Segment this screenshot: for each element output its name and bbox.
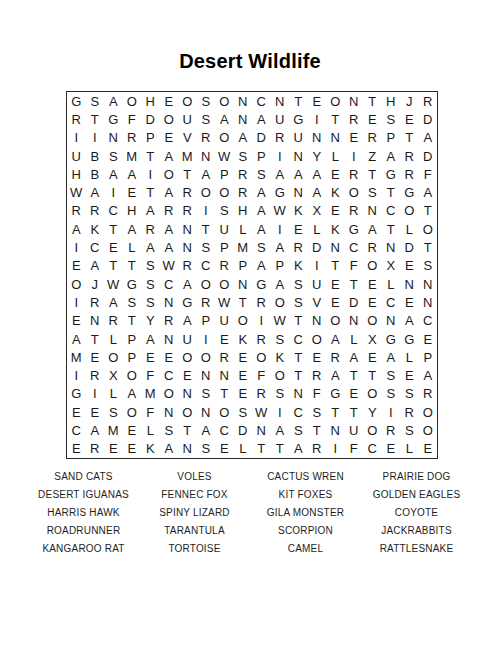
- grid-cell[interactable]: L: [104, 385, 123, 403]
- grid-cell[interactable]: G: [400, 183, 419, 201]
- grid-cell[interactable]: T: [86, 110, 105, 128]
- grid-cell[interactable]: A: [123, 220, 142, 238]
- grid-cell[interactable]: S: [215, 202, 234, 220]
- grid-cell[interactable]: I: [308, 110, 327, 128]
- grid-cell[interactable]: N: [382, 238, 401, 256]
- grid-cell[interactable]: A: [345, 348, 364, 366]
- grid-cell[interactable]: K: [271, 348, 290, 366]
- grid-cell[interactable]: I: [382, 403, 401, 421]
- grid-cell[interactable]: T: [271, 440, 290, 458]
- grid-cell[interactable]: T: [308, 421, 327, 439]
- grid-cell[interactable]: E: [363, 348, 382, 366]
- grid-cell[interactable]: S: [104, 403, 123, 421]
- grid-cell[interactable]: I: [67, 293, 86, 311]
- grid-cell[interactable]: D: [141, 110, 160, 128]
- grid-cell[interactable]: O: [160, 385, 179, 403]
- grid-cell[interactable]: R: [252, 293, 271, 311]
- grid-cell[interactable]: N: [197, 403, 216, 421]
- grid-cell[interactable]: R: [234, 165, 253, 183]
- grid-cell[interactable]: N: [178, 385, 197, 403]
- grid-cell[interactable]: T: [234, 293, 253, 311]
- grid-cell[interactable]: N: [363, 202, 382, 220]
- grid-cell[interactable]: R: [86, 202, 105, 220]
- grid-cell[interactable]: C: [382, 293, 401, 311]
- grid-cell[interactable]: K: [86, 220, 105, 238]
- grid-cell[interactable]: B: [86, 147, 105, 165]
- grid-cell[interactable]: T: [363, 366, 382, 384]
- grid-cell[interactable]: P: [419, 348, 438, 366]
- grid-cell[interactable]: A: [326, 330, 345, 348]
- grid-cell[interactable]: C: [419, 312, 438, 330]
- grid-cell[interactable]: H: [141, 92, 160, 110]
- grid-cell[interactable]: N: [160, 403, 179, 421]
- grid-cell[interactable]: E: [67, 403, 86, 421]
- grid-cell[interactable]: R: [289, 238, 308, 256]
- grid-cell[interactable]: A: [86, 183, 105, 201]
- grid-cell[interactable]: O: [178, 403, 197, 421]
- grid-cell[interactable]: S: [271, 330, 290, 348]
- grid-cell[interactable]: F: [308, 385, 327, 403]
- grid-cell[interactable]: O: [123, 366, 142, 384]
- grid-cell[interactable]: E: [400, 257, 419, 275]
- grid-cell[interactable]: B: [86, 165, 105, 183]
- grid-cell[interactable]: T: [104, 220, 123, 238]
- grid-cell[interactable]: E: [104, 238, 123, 256]
- grid-cell[interactable]: A: [141, 238, 160, 256]
- grid-cell[interactable]: R: [67, 202, 86, 220]
- grid-cell[interactable]: A: [123, 165, 142, 183]
- grid-cell[interactable]: A: [363, 220, 382, 238]
- grid-cell[interactable]: T: [419, 202, 438, 220]
- grid-cell[interactable]: R: [141, 220, 160, 238]
- grid-cell[interactable]: S: [363, 183, 382, 201]
- grid-cell[interactable]: R: [363, 238, 382, 256]
- grid-cell[interactable]: M: [104, 421, 123, 439]
- grid-cell[interactable]: R: [345, 165, 364, 183]
- grid-cell[interactable]: R: [326, 348, 345, 366]
- grid-cell[interactable]: P: [197, 312, 216, 330]
- grid-cell[interactable]: E: [123, 183, 142, 201]
- grid-cell[interactable]: E: [67, 440, 86, 458]
- grid-cell[interactable]: V: [178, 129, 197, 147]
- grid-cell[interactable]: A: [197, 421, 216, 439]
- grid-cell[interactable]: R: [308, 440, 327, 458]
- grid-cell[interactable]: N: [326, 129, 345, 147]
- grid-cell[interactable]: S: [86, 92, 105, 110]
- grid-cell[interactable]: N: [419, 293, 438, 311]
- grid-cell[interactable]: F: [345, 257, 364, 275]
- grid-cell[interactable]: R: [178, 183, 197, 201]
- grid-cell[interactable]: A: [197, 165, 216, 183]
- grid-cell[interactable]: C: [289, 403, 308, 421]
- grid-cell[interactable]: O: [215, 403, 234, 421]
- grid-cell[interactable]: E: [123, 421, 142, 439]
- grid-cell[interactable]: W: [67, 183, 86, 201]
- grid-cell[interactable]: R: [271, 129, 290, 147]
- grid-cell[interactable]: G: [345, 220, 364, 238]
- grid-cell[interactable]: O: [419, 403, 438, 421]
- grid-cell[interactable]: R: [419, 92, 438, 110]
- grid-cell[interactable]: A: [141, 202, 160, 220]
- grid-cell[interactable]: S: [197, 92, 216, 110]
- grid-cell[interactable]: E: [104, 440, 123, 458]
- grid-cell[interactable]: A: [67, 330, 86, 348]
- grid-cell[interactable]: N: [271, 92, 290, 110]
- grid-cell[interactable]: N: [178, 238, 197, 256]
- grid-cell[interactable]: R: [345, 202, 364, 220]
- grid-cell[interactable]: W: [160, 257, 179, 275]
- grid-cell[interactable]: N: [104, 129, 123, 147]
- grid-cell[interactable]: O: [197, 275, 216, 293]
- grid-cell[interactable]: G: [289, 110, 308, 128]
- grid-cell[interactable]: C: [104, 202, 123, 220]
- grid-cell[interactable]: R: [197, 293, 216, 311]
- grid-cell[interactable]: E: [345, 385, 364, 403]
- grid-cell[interactable]: N: [215, 366, 234, 384]
- grid-cell[interactable]: T: [326, 110, 345, 128]
- grid-cell[interactable]: N: [234, 110, 253, 128]
- grid-cell[interactable]: N: [308, 312, 327, 330]
- grid-cell[interactable]: E: [308, 92, 327, 110]
- grid-cell[interactable]: A: [289, 440, 308, 458]
- grid-cell[interactable]: R: [123, 129, 142, 147]
- grid-cell[interactable]: N: [178, 440, 197, 458]
- grid-cell[interactable]: N: [197, 366, 216, 384]
- grid-cell[interactable]: O: [197, 348, 216, 366]
- grid-cell[interactable]: O: [345, 183, 364, 201]
- grid-cell[interactable]: C: [215, 421, 234, 439]
- grid-cell[interactable]: I: [67, 129, 86, 147]
- grid-cell[interactable]: I: [104, 183, 123, 201]
- grid-cell[interactable]: O: [326, 312, 345, 330]
- grid-cell[interactable]: A: [326, 366, 345, 384]
- grid-cell[interactable]: A: [104, 165, 123, 183]
- grid-cell[interactable]: O: [400, 202, 419, 220]
- grid-cell[interactable]: I: [141, 165, 160, 183]
- grid-cell[interactable]: R: [419, 385, 438, 403]
- grid-cell[interactable]: A: [178, 312, 197, 330]
- grid-cell[interactable]: O: [104, 348, 123, 366]
- grid-cell[interactable]: R: [178, 257, 197, 275]
- grid-cell[interactable]: S: [197, 238, 216, 256]
- grid-cell[interactable]: F: [345, 440, 364, 458]
- grid-cell[interactable]: S: [252, 165, 271, 183]
- grid-cell[interactable]: A: [252, 110, 271, 128]
- grid-cell[interactable]: E: [326, 202, 345, 220]
- grid-cell[interactable]: N: [289, 183, 308, 201]
- grid-cell[interactable]: C: [197, 257, 216, 275]
- grid-cell[interactable]: D: [400, 238, 419, 256]
- grid-cell[interactable]: G: [67, 385, 86, 403]
- grid-cell[interactable]: A: [67, 220, 86, 238]
- grid-cell[interactable]: O: [363, 312, 382, 330]
- grid-cell[interactable]: O: [363, 257, 382, 275]
- grid-cell[interactable]: F: [252, 366, 271, 384]
- grid-cell[interactable]: E: [326, 165, 345, 183]
- grid-cell[interactable]: S: [308, 403, 327, 421]
- grid-cell[interactable]: A: [123, 385, 142, 403]
- grid-cell[interactable]: S: [271, 385, 290, 403]
- grid-cell[interactable]: O: [178, 92, 197, 110]
- grid-cell[interactable]: A: [160, 238, 179, 256]
- grid-cell[interactable]: S: [400, 385, 419, 403]
- grid-cell[interactable]: O: [326, 92, 345, 110]
- grid-cell[interactable]: I: [308, 257, 327, 275]
- grid-cell[interactable]: A: [382, 348, 401, 366]
- grid-cell[interactable]: L: [400, 348, 419, 366]
- grid-cell[interactable]: N: [308, 129, 327, 147]
- grid-cell[interactable]: G: [252, 275, 271, 293]
- grid-cell[interactable]: T: [252, 440, 271, 458]
- grid-cell[interactable]: F: [141, 366, 160, 384]
- grid-cell[interactable]: T: [289, 92, 308, 110]
- grid-cell[interactable]: R: [86, 366, 105, 384]
- grid-cell[interactable]: A: [271, 238, 290, 256]
- grid-cell[interactable]: O: [123, 403, 142, 421]
- grid-cell[interactable]: G: [271, 183, 290, 201]
- grid-cell[interactable]: U: [178, 110, 197, 128]
- grid-cell[interactable]: R: [345, 110, 364, 128]
- grid-cell[interactable]: H: [382, 92, 401, 110]
- grid-cell[interactable]: Y: [363, 403, 382, 421]
- grid-cell[interactable]: R: [400, 165, 419, 183]
- grid-cell[interactable]: T: [178, 165, 197, 183]
- grid-cell[interactable]: L: [345, 330, 364, 348]
- grid-cell[interactable]: R: [363, 129, 382, 147]
- grid-cell[interactable]: K: [141, 440, 160, 458]
- grid-cell[interactable]: O: [234, 312, 253, 330]
- grid-cell[interactable]: I: [67, 366, 86, 384]
- grid-cell[interactable]: T: [382, 183, 401, 201]
- grid-cell[interactable]: S: [234, 147, 253, 165]
- grid-cell[interactable]: T: [345, 275, 364, 293]
- grid-cell[interactable]: A: [104, 293, 123, 311]
- grid-cell[interactable]: P: [252, 147, 271, 165]
- grid-cell[interactable]: X: [104, 366, 123, 384]
- grid-cell[interactable]: H: [67, 165, 86, 183]
- grid-cell[interactable]: O: [215, 129, 234, 147]
- grid-cell[interactable]: R: [86, 440, 105, 458]
- grid-cell[interactable]: C: [345, 238, 364, 256]
- grid-cell[interactable]: A: [234, 129, 253, 147]
- grid-cell[interactable]: S: [289, 275, 308, 293]
- grid-cell[interactable]: T: [326, 403, 345, 421]
- grid-cell[interactable]: T: [289, 366, 308, 384]
- grid-cell[interactable]: A: [308, 183, 327, 201]
- grid-cell[interactable]: T: [123, 312, 142, 330]
- grid-cell[interactable]: S: [382, 385, 401, 403]
- grid-cell[interactable]: C: [252, 92, 271, 110]
- grid-cell[interactable]: E: [345, 129, 364, 147]
- grid-cell[interactable]: T: [382, 220, 401, 238]
- grid-cell[interactable]: E: [160, 348, 179, 366]
- grid-cell[interactable]: N: [382, 312, 401, 330]
- grid-cell[interactable]: E: [308, 348, 327, 366]
- grid-cell[interactable]: A: [419, 129, 438, 147]
- grid-cell[interactable]: D: [345, 293, 364, 311]
- grid-cell[interactable]: I: [67, 238, 86, 256]
- grid-cell[interactable]: Y: [141, 312, 160, 330]
- grid-cell[interactable]: S: [289, 421, 308, 439]
- grid-cell[interactable]: Z: [363, 147, 382, 165]
- grid-cell[interactable]: P: [123, 348, 142, 366]
- grid-cell[interactable]: E: [382, 440, 401, 458]
- grid-cell[interactable]: E: [67, 257, 86, 275]
- grid-cell[interactable]: I: [86, 129, 105, 147]
- grid-cell[interactable]: R: [197, 129, 216, 147]
- grid-cell[interactable]: E: [178, 366, 197, 384]
- grid-cell[interactable]: G: [123, 275, 142, 293]
- grid-cell[interactable]: G: [382, 165, 401, 183]
- grid-cell[interactable]: A: [86, 421, 105, 439]
- grid-cell[interactable]: E: [419, 330, 438, 348]
- grid-cell[interactable]: M: [123, 147, 142, 165]
- grid-cell[interactable]: N: [400, 275, 419, 293]
- grid-cell[interactable]: I: [271, 147, 290, 165]
- grid-cell[interactable]: U: [215, 220, 234, 238]
- grid-cell[interactable]: E: [160, 129, 179, 147]
- grid-cell[interactable]: G: [67, 92, 86, 110]
- grid-cell[interactable]: R: [86, 293, 105, 311]
- grid-cell[interactable]: G: [104, 110, 123, 128]
- grid-cell[interactable]: C: [289, 330, 308, 348]
- grid-cell[interactable]: E: [400, 366, 419, 384]
- grid-cell[interactable]: W: [271, 202, 290, 220]
- grid-cell[interactable]: U: [289, 129, 308, 147]
- grid-cell[interactable]: T: [141, 147, 160, 165]
- grid-cell[interactable]: R: [400, 147, 419, 165]
- grid-cell[interactable]: R: [215, 257, 234, 275]
- grid-cell[interactable]: O: [419, 220, 438, 238]
- grid-cell[interactable]: J: [400, 92, 419, 110]
- grid-cell[interactable]: C: [160, 366, 179, 384]
- grid-cell[interactable]: F: [141, 403, 160, 421]
- grid-cell[interactable]: I: [326, 440, 345, 458]
- grid-cell[interactable]: O: [215, 275, 234, 293]
- grid-cell[interactable]: S: [123, 293, 142, 311]
- grid-cell[interactable]: O: [160, 110, 179, 128]
- grid-cell[interactable]: A: [86, 257, 105, 275]
- grid-cell[interactable]: E: [215, 440, 234, 458]
- grid-cell[interactable]: S: [382, 110, 401, 128]
- grid-cell[interactable]: T: [86, 330, 105, 348]
- grid-cell[interactable]: E: [234, 385, 253, 403]
- grid-cell[interactable]: S: [197, 440, 216, 458]
- grid-cell[interactable]: R: [178, 202, 197, 220]
- grid-cell[interactable]: H: [234, 202, 253, 220]
- grid-cell[interactable]: C: [160, 275, 179, 293]
- grid-cell[interactable]: M: [67, 348, 86, 366]
- grid-cell[interactable]: T: [363, 92, 382, 110]
- grid-cell[interactable]: A: [271, 421, 290, 439]
- grid-cell[interactable]: K: [289, 257, 308, 275]
- grid-cell[interactable]: F: [123, 110, 142, 128]
- grid-cell[interactable]: Y: [308, 147, 327, 165]
- grid-cell[interactable]: C: [86, 238, 105, 256]
- grid-cell[interactable]: O: [419, 421, 438, 439]
- grid-cell[interactable]: N: [289, 147, 308, 165]
- grid-cell[interactable]: N: [160, 330, 179, 348]
- grid-cell[interactable]: W: [215, 293, 234, 311]
- grid-cell[interactable]: A: [215, 110, 234, 128]
- grid-cell[interactable]: O: [271, 366, 290, 384]
- grid-cell[interactable]: G: [400, 330, 419, 348]
- grid-cell[interactable]: R: [160, 202, 179, 220]
- grid-cell[interactable]: W: [252, 403, 271, 421]
- grid-cell[interactable]: S: [252, 238, 271, 256]
- grid-cell[interactable]: S: [197, 110, 216, 128]
- grid-cell[interactable]: L: [400, 440, 419, 458]
- grid-cell[interactable]: N: [234, 275, 253, 293]
- grid-cell[interactable]: T: [345, 366, 364, 384]
- grid-cell[interactable]: S: [289, 293, 308, 311]
- grid-cell[interactable]: L: [234, 440, 253, 458]
- grid-cell[interactable]: O: [308, 330, 327, 348]
- grid-cell[interactable]: T: [197, 220, 216, 238]
- grid-cell[interactable]: L: [382, 275, 401, 293]
- grid-cell[interactable]: W: [215, 147, 234, 165]
- grid-cell[interactable]: U: [271, 110, 290, 128]
- grid-cell[interactable]: C: [363, 440, 382, 458]
- grid-cell[interactable]: A: [308, 165, 327, 183]
- grid-cell[interactable]: F: [419, 165, 438, 183]
- grid-cell[interactable]: N: [86, 312, 105, 330]
- grid-cell[interactable]: K: [326, 220, 345, 238]
- grid-cell[interactable]: L: [400, 220, 419, 238]
- grid-cell[interactable]: R: [252, 385, 271, 403]
- grid-cell[interactable]: U: [308, 275, 327, 293]
- grid-cell[interactable]: U: [215, 312, 234, 330]
- grid-cell[interactable]: O: [363, 385, 382, 403]
- grid-cell[interactable]: A: [160, 147, 179, 165]
- grid-cell[interactable]: T: [289, 348, 308, 366]
- grid-cell[interactable]: A: [141, 330, 160, 348]
- grid-cell[interactable]: V: [308, 293, 327, 311]
- grid-cell[interactable]: O: [252, 348, 271, 366]
- grid-cell[interactable]: E: [326, 293, 345, 311]
- grid-cell[interactable]: I: [86, 385, 105, 403]
- grid-cell[interactable]: K: [326, 183, 345, 201]
- grid-cell[interactable]: P: [234, 257, 253, 275]
- grid-cell[interactable]: A: [160, 183, 179, 201]
- grid-cell[interactable]: T: [289, 312, 308, 330]
- grid-cell[interactable]: E: [86, 403, 105, 421]
- grid-cell[interactable]: N: [160, 293, 179, 311]
- grid-cell[interactable]: A: [382, 147, 401, 165]
- grid-cell[interactable]: N: [252, 421, 271, 439]
- grid-cell[interactable]: D: [419, 110, 438, 128]
- grid-cell[interactable]: D: [419, 147, 438, 165]
- grid-cell[interactable]: A: [271, 275, 290, 293]
- grid-cell[interactable]: T: [419, 238, 438, 256]
- grid-cell[interactable]: T: [215, 385, 234, 403]
- grid-cell[interactable]: I: [271, 403, 290, 421]
- grid-cell[interactable]: A: [400, 312, 419, 330]
- grid-cell[interactable]: S: [141, 257, 160, 275]
- grid-cell[interactable]: T: [400, 129, 419, 147]
- grid-cell[interactable]: A: [271, 165, 290, 183]
- grid-cell[interactable]: N: [419, 275, 438, 293]
- grid-cell[interactable]: S: [141, 275, 160, 293]
- grid-cell[interactable]: S: [104, 147, 123, 165]
- grid-cell[interactable]: D: [252, 129, 271, 147]
- grid-cell[interactable]: N: [326, 421, 345, 439]
- grid-cell[interactable]: N: [326, 238, 345, 256]
- grid-cell[interactable]: N: [289, 385, 308, 403]
- grid-cell[interactable]: R: [104, 312, 123, 330]
- grid-cell[interactable]: N: [197, 147, 216, 165]
- grid-cell[interactable]: W: [104, 275, 123, 293]
